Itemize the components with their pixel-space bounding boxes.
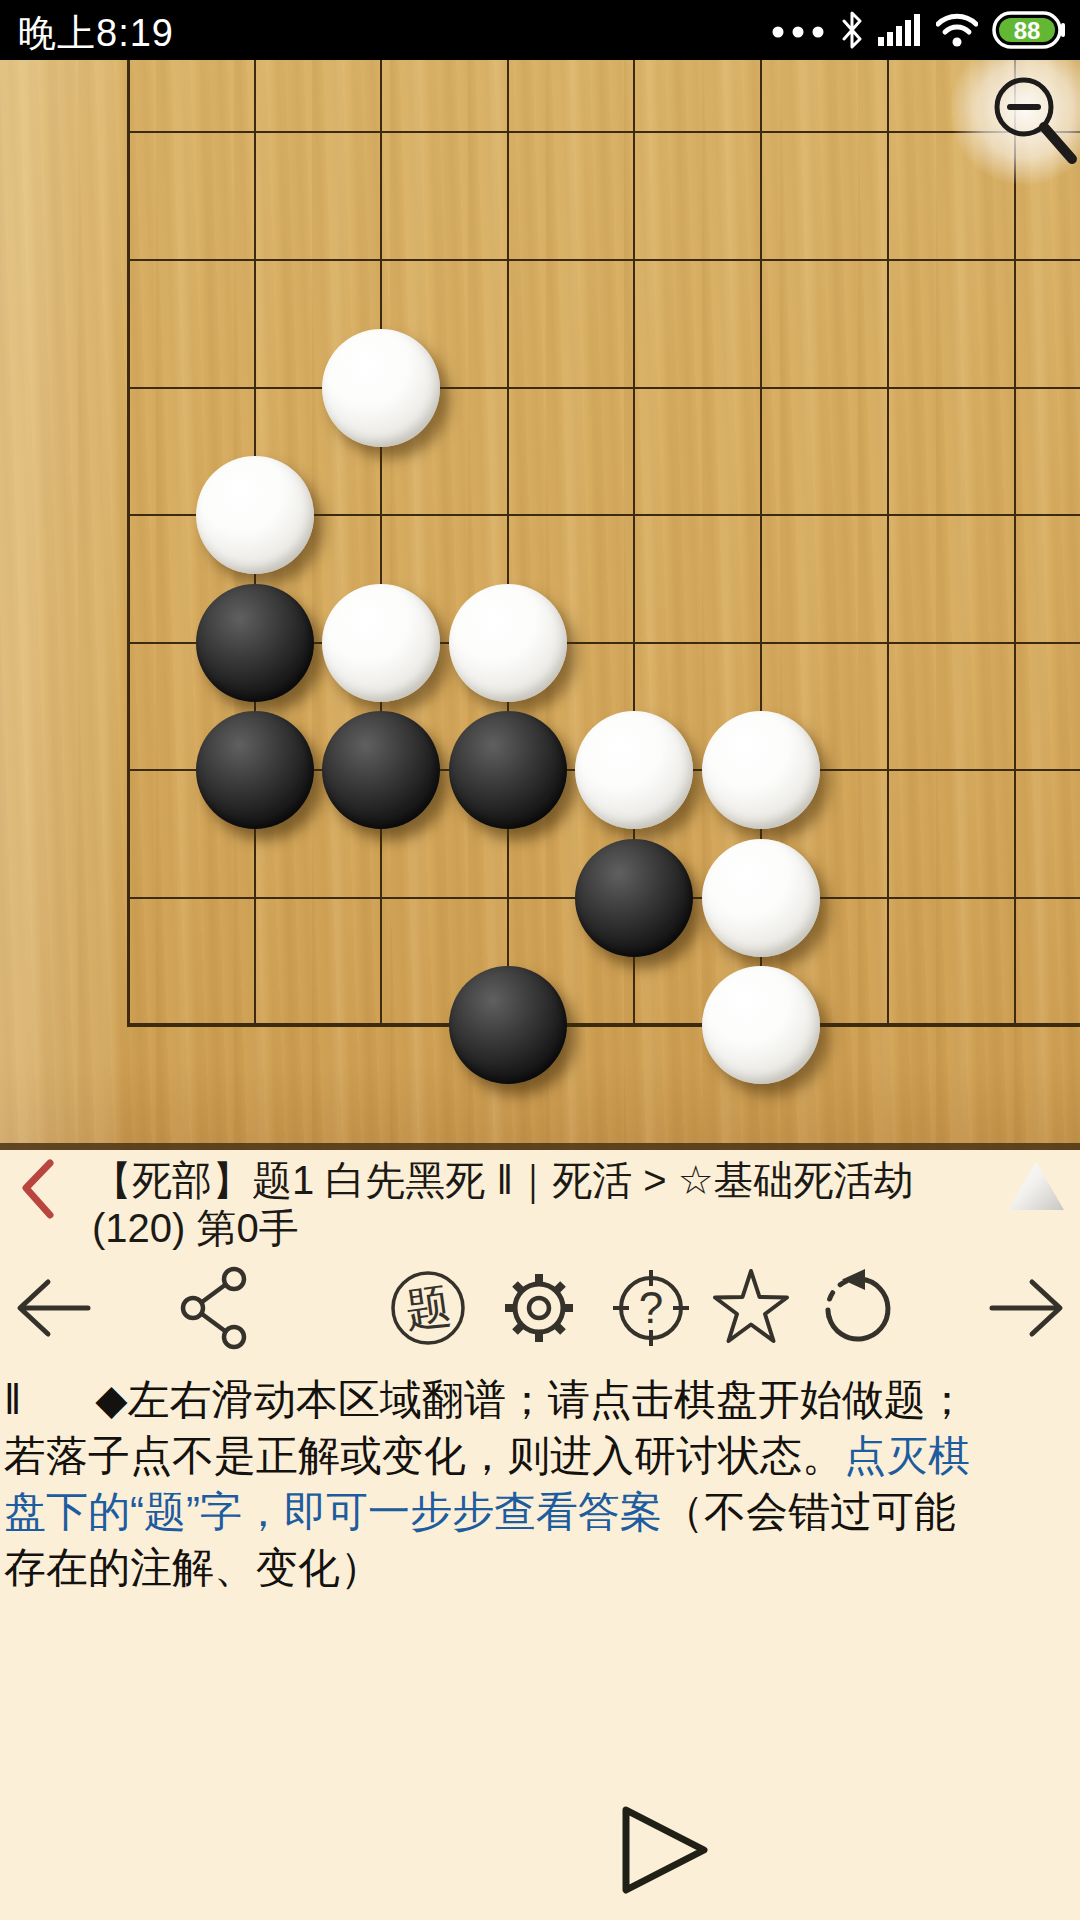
signal-strength-icon	[878, 13, 922, 47]
grid-vline	[380, 60, 382, 1027]
grid-vline	[507, 60, 509, 1027]
status-icons: 88	[770, 0, 1066, 60]
svg-text:?: ?	[639, 1283, 663, 1332]
grid-hline	[127, 259, 1080, 261]
collapse-up-triangle-button[interactable]	[1008, 1162, 1064, 1210]
more-dots-icon	[770, 20, 826, 40]
instructions-line1: ‖◆左右滑动本区域翻谱；请点击棋盘开始做题；	[4, 1372, 1076, 1428]
status-bar: 晚上8:19	[0, 0, 1080, 60]
grid-vline	[1014, 60, 1016, 1027]
go-problem-app-screen: { "status_bar": { "time": "晚上8:19", "bat…	[0, 0, 1080, 1920]
next-arrow-icon[interactable]	[982, 1262, 1074, 1354]
answer-link-part1: 点灭棋	[844, 1432, 970, 1479]
help-target-icon[interactable]: ?	[605, 1262, 697, 1354]
share-icon[interactable]	[168, 1262, 260, 1354]
battery-icon: 88	[992, 10, 1066, 50]
grid-vline	[887, 60, 889, 1027]
problem-title-line2: (120) 第0手	[92, 1204, 997, 1252]
clock-time: 晚上8:19	[18, 8, 174, 59]
white-stone[interactable]	[322, 584, 440, 702]
play-button[interactable]	[612, 1794, 718, 1906]
grid-hline	[127, 131, 1080, 133]
white-stone[interactable]	[702, 839, 820, 957]
grid-hline	[127, 387, 1080, 389]
problem-title-line1: 【死部】题1 白先黑死 ‖｜死活 > ☆基础死活劫	[92, 1156, 997, 1204]
white-stone[interactable]	[702, 711, 820, 829]
instructions-line4: 存在的注解、变化）	[4, 1540, 1076, 1596]
back-chevron[interactable]	[16, 1158, 60, 1220]
white-stone[interactable]	[322, 329, 440, 447]
wifi-icon	[936, 13, 978, 47]
black-stone[interactable]	[575, 839, 693, 957]
answer-link-part2: 盘下的“题”字，即可一步步查看答案	[4, 1488, 662, 1535]
toolbar: 题 ?	[0, 1262, 1080, 1358]
white-stone[interactable]	[702, 966, 820, 1084]
favorite-star-icon[interactable]	[705, 1262, 797, 1354]
black-stone[interactable]	[449, 711, 567, 829]
battery-percent-text: 88	[1014, 17, 1041, 44]
control-panel: 【死部】题1 白先黑死 ‖｜死活 > ☆基础死活劫 (120) 第0手 题	[0, 1150, 1080, 1920]
black-stone[interactable]	[322, 711, 440, 829]
svg-text:题: 题	[402, 1279, 455, 1337]
problem-badge-icon[interactable]: 题	[382, 1262, 474, 1354]
problem-title: 【死部】题1 白先黑死 ‖｜死活 > ☆基础死活劫 (120) 第0手	[92, 1156, 997, 1252]
instructions-text[interactable]: ‖◆左右滑动本区域翻谱；请点击棋盘开始做题； 若落子点不是正解或变化，则进入研讨…	[4, 1372, 1076, 1596]
black-stone[interactable]	[196, 711, 314, 829]
board-bottom-edge	[0, 1143, 1080, 1150]
instructions-line2: 若落子点不是正解或变化，则进入研讨状态。点灭棋	[4, 1428, 1076, 1484]
white-stone[interactable]	[449, 584, 567, 702]
white-stone[interactable]	[196, 456, 314, 574]
grid-hline	[127, 1023, 1080, 1027]
black-stone[interactable]	[449, 966, 567, 1084]
go-board[interactable]	[0, 60, 1080, 1150]
grid-vline	[127, 60, 130, 1027]
zoom-out-magnifier-icon[interactable]	[962, 60, 1080, 182]
bluetooth-icon	[840, 11, 864, 49]
black-stone[interactable]	[196, 584, 314, 702]
reset-undo-icon[interactable]	[812, 1262, 904, 1354]
instructions-line3: 盘下的“题”字，即可一步步查看答案（不会错过可能	[4, 1484, 1076, 1540]
settings-gear-icon[interactable]	[493, 1262, 585, 1354]
prev-arrow-icon[interactable]	[6, 1262, 98, 1354]
white-stone[interactable]	[575, 711, 693, 829]
